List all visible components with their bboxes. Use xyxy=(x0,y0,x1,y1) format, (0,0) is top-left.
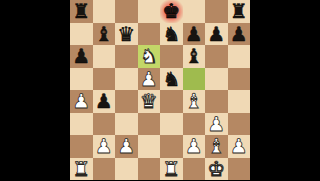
square-h5[interactable] xyxy=(228,68,251,91)
piece-black-pawn[interactable]: ♟ xyxy=(207,23,225,46)
square-d8[interactable] xyxy=(138,0,161,23)
square-f7[interactable]: ♟ xyxy=(183,23,206,46)
square-h3[interactable] xyxy=(228,113,251,136)
piece-white-pawn[interactable]: ♟ xyxy=(117,135,135,158)
piece-white-rook[interactable]: ♜ xyxy=(162,158,180,181)
square-a8[interactable]: ♜ xyxy=(70,0,93,23)
square-e3[interactable] xyxy=(160,113,183,136)
piece-white-rook[interactable]: ♜ xyxy=(72,158,90,181)
piece-white-pawn[interactable]: ♟ xyxy=(230,135,248,158)
square-a2[interactable] xyxy=(70,135,93,158)
square-c3[interactable] xyxy=(115,113,138,136)
piece-black-pawn[interactable]: ♟ xyxy=(95,90,113,113)
square-h8[interactable]: ♜ xyxy=(228,0,251,23)
chess-board: ♜♚♜♝♛♞♟♟♟♟♞♝♟♞♟♟♛♝♟♟♟♟♝♟♜♜♚ xyxy=(70,0,250,180)
piece-black-bishop[interactable]: ♝ xyxy=(185,45,203,68)
square-g7[interactable]: ♟ xyxy=(205,23,228,46)
piece-white-pawn[interactable]: ♟ xyxy=(95,135,113,158)
piece-white-king[interactable]: ♚ xyxy=(207,158,225,181)
piece-black-rook[interactable]: ♜ xyxy=(72,0,90,23)
square-d2[interactable] xyxy=(138,135,161,158)
square-a3[interactable] xyxy=(70,113,93,136)
square-h7[interactable]: ♟ xyxy=(228,23,251,46)
square-h1[interactable] xyxy=(228,158,251,181)
square-e4[interactable] xyxy=(160,90,183,113)
square-e6[interactable] xyxy=(160,45,183,68)
piece-white-bishop[interactable]: ♝ xyxy=(207,135,225,158)
piece-black-rook[interactable]: ♜ xyxy=(230,0,248,23)
square-g3[interactable]: ♟ xyxy=(205,113,228,136)
square-g5[interactable] xyxy=(205,68,228,91)
screenshot-stage: ♜♚♜♝♛♞♟♟♟♟♞♝♟♞♟♟♛♝♟♟♟♟♝♟♜♜♚ xyxy=(0,0,320,180)
square-e8[interactable]: ♚ xyxy=(160,0,183,23)
piece-white-knight[interactable]: ♞ xyxy=(140,45,158,68)
square-a6[interactable]: ♟ xyxy=(70,45,93,68)
square-g8[interactable] xyxy=(205,0,228,23)
square-d5[interactable]: ♟ xyxy=(138,68,161,91)
square-f6[interactable]: ♝ xyxy=(183,45,206,68)
square-f5[interactable] xyxy=(183,68,206,91)
piece-white-pawn[interactable]: ♟ xyxy=(185,135,203,158)
square-a4[interactable]: ♟ xyxy=(70,90,93,113)
square-b8[interactable] xyxy=(93,0,116,23)
piece-black-king[interactable]: ♚ xyxy=(162,0,180,23)
square-f8[interactable] xyxy=(183,0,206,23)
piece-white-pawn[interactable]: ♟ xyxy=(72,90,90,113)
square-f3[interactable] xyxy=(183,113,206,136)
square-c6[interactable] xyxy=(115,45,138,68)
square-b3[interactable] xyxy=(93,113,116,136)
piece-black-bishop[interactable]: ♝ xyxy=(95,23,113,46)
square-c5[interactable] xyxy=(115,68,138,91)
square-d4[interactable]: ♛ xyxy=(138,90,161,113)
square-d1[interactable] xyxy=(138,158,161,181)
piece-white-queen[interactable]: ♛ xyxy=(140,90,158,113)
piece-white-bishop[interactable]: ♝ xyxy=(185,90,203,113)
square-d3[interactable] xyxy=(138,113,161,136)
piece-black-pawn[interactable]: ♟ xyxy=(230,23,248,46)
square-c4[interactable] xyxy=(115,90,138,113)
piece-black-knight[interactable]: ♞ xyxy=(162,23,180,46)
square-b2[interactable]: ♟ xyxy=(93,135,116,158)
square-h6[interactable] xyxy=(228,45,251,68)
letterbox-left xyxy=(0,0,70,180)
square-e5[interactable]: ♞ xyxy=(160,68,183,91)
letterbox-right xyxy=(250,0,320,180)
square-c1[interactable] xyxy=(115,158,138,181)
square-g1[interactable]: ♚ xyxy=(205,158,228,181)
square-c7[interactable]: ♛ xyxy=(115,23,138,46)
square-h2[interactable]: ♟ xyxy=(228,135,251,158)
square-e2[interactable] xyxy=(160,135,183,158)
square-b5[interactable] xyxy=(93,68,116,91)
square-a1[interactable]: ♜ xyxy=(70,158,93,181)
square-e1[interactable]: ♜ xyxy=(160,158,183,181)
square-a7[interactable] xyxy=(70,23,93,46)
square-g6[interactable] xyxy=(205,45,228,68)
piece-black-pawn[interactable]: ♟ xyxy=(185,23,203,46)
piece-white-pawn[interactable]: ♟ xyxy=(140,68,158,91)
square-h4[interactable] xyxy=(228,90,251,113)
square-g2[interactable]: ♝ xyxy=(205,135,228,158)
square-b6[interactable] xyxy=(93,45,116,68)
square-b4[interactable]: ♟ xyxy=(93,90,116,113)
square-d6[interactable]: ♞ xyxy=(138,45,161,68)
square-g4[interactable] xyxy=(205,90,228,113)
piece-black-queen[interactable]: ♛ xyxy=(117,23,135,46)
square-f1[interactable] xyxy=(183,158,206,181)
square-d7[interactable] xyxy=(138,23,161,46)
square-a5[interactable] xyxy=(70,68,93,91)
piece-white-pawn[interactable]: ♟ xyxy=(207,113,225,136)
square-c8[interactable] xyxy=(115,0,138,23)
square-b7[interactable]: ♝ xyxy=(93,23,116,46)
square-b1[interactable] xyxy=(93,158,116,181)
square-f2[interactable]: ♟ xyxy=(183,135,206,158)
square-e7[interactable]: ♞ xyxy=(160,23,183,46)
square-f4[interactable]: ♝ xyxy=(183,90,206,113)
square-c2[interactable]: ♟ xyxy=(115,135,138,158)
piece-black-pawn[interactable]: ♟ xyxy=(72,45,90,68)
piece-black-knight[interactable]: ♞ xyxy=(162,68,180,91)
